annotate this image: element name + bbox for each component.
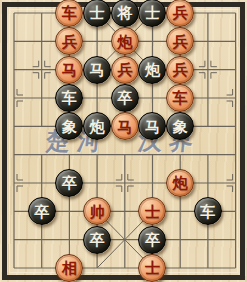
piece-glyph: 士: [90, 5, 105, 20]
piece-red-horse[interactable]: 马: [111, 112, 139, 140]
piece-glyph: 卒: [62, 175, 77, 190]
piece-black-advisor[interactable]: 士: [83, 0, 111, 27]
piece-red-horse[interactable]: 马: [55, 56, 83, 84]
piece-glyph: 兵: [173, 34, 188, 49]
piece-red-advisor[interactable]: 士: [138, 254, 166, 282]
piece-black-horse[interactable]: 马: [138, 112, 166, 140]
piece-black-cannon[interactable]: 炮: [138, 56, 166, 84]
piece-black-cannon[interactable]: 炮: [83, 112, 111, 140]
piece-black-general[interactable]: 将: [111, 0, 139, 27]
piece-red-cannon[interactable]: 炮: [111, 27, 139, 55]
piece-glyph: 车: [173, 90, 188, 105]
piece-glyph: 象: [62, 119, 77, 134]
piece-red-soldier[interactable]: 兵: [111, 56, 139, 84]
piece-glyph: 炮: [90, 119, 105, 134]
piece-red-soldier[interactable]: 兵: [55, 27, 83, 55]
piece-glyph: 相: [62, 260, 77, 275]
piece-black-advisor[interactable]: 士: [138, 0, 166, 27]
piece-glyph: 士: [145, 5, 160, 20]
piece-red-cannon[interactable]: 炮: [166, 169, 194, 197]
piece-glyph: 卒: [117, 90, 132, 105]
piece-black-elephant[interactable]: 象: [166, 112, 194, 140]
piece-black-soldier[interactable]: 卒: [111, 84, 139, 112]
piece-black-elephant[interactable]: 象: [55, 112, 83, 140]
piece-glyph: 马: [117, 119, 132, 134]
piece-glyph: 车: [200, 204, 215, 219]
piece-black-soldier[interactable]: 卒: [83, 226, 111, 254]
piece-glyph: 马: [62, 62, 77, 77]
piece-glyph: 兵: [62, 34, 77, 49]
piece-glyph: 马: [90, 62, 105, 77]
piece-glyph: 兵: [173, 5, 188, 20]
piece-black-soldier[interactable]: 卒: [138, 226, 166, 254]
piece-glyph: 将: [117, 5, 132, 20]
piece-grid: 车士将士兵兵炮兵马马兵炮兵车卒车象炮马马象卒炮卒帅士车卒卒相士: [0, 0, 247, 282]
piece-glyph: 炮: [117, 34, 132, 49]
piece-glyph: 炮: [173, 175, 188, 190]
piece-red-soldier[interactable]: 兵: [166, 0, 194, 27]
piece-red-advisor[interactable]: 士: [138, 197, 166, 225]
piece-glyph: 车: [62, 5, 77, 20]
piece-glyph: 象: [173, 119, 188, 134]
xiangqi-board: 楚河 汉界 车士将士兵兵炮兵马马兵炮兵车卒车象炮马马象卒炮卒帅士车卒卒相士: [0, 0, 247, 282]
piece-red-soldier[interactable]: 兵: [166, 56, 194, 84]
piece-red-chariot[interactable]: 车: [166, 84, 194, 112]
piece-glyph: 兵: [117, 62, 132, 77]
piece-glyph: 马: [145, 119, 160, 134]
piece-black-soldier[interactable]: 卒: [55, 169, 83, 197]
piece-glyph: 卒: [90, 232, 105, 247]
piece-glyph: 卒: [34, 204, 49, 219]
piece-black-soldier[interactable]: 卒: [28, 197, 56, 225]
piece-glyph: 炮: [145, 62, 160, 77]
piece-red-general[interactable]: 帅: [83, 197, 111, 225]
piece-red-soldier[interactable]: 兵: [166, 27, 194, 55]
piece-glyph: 士: [145, 204, 160, 219]
piece-glyph: 卒: [145, 232, 160, 247]
piece-glyph: 士: [145, 260, 160, 275]
piece-black-horse[interactable]: 马: [83, 56, 111, 84]
piece-glyph: 车: [62, 90, 77, 105]
piece-red-chariot[interactable]: 车: [55, 0, 83, 27]
piece-glyph: 兵: [173, 62, 188, 77]
piece-black-chariot[interactable]: 车: [194, 197, 222, 225]
piece-black-chariot[interactable]: 车: [55, 84, 83, 112]
piece-red-elephant[interactable]: 相: [55, 254, 83, 282]
piece-glyph: 帅: [90, 204, 105, 219]
